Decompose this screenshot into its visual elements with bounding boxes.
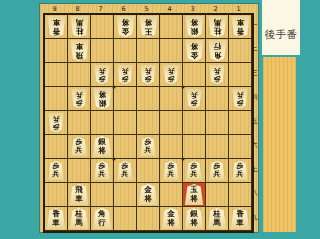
cell-5g[interactable] [137,159,160,183]
cell-1i[interactable]: 香車 [229,207,252,231]
cell-8g[interactable] [68,159,91,183]
piece-kanji: 歩兵 [237,91,244,106]
piece-kanji: 金将 [167,210,175,227]
cell-3e[interactable] [183,111,206,135]
cell-6b[interactable] [114,39,137,63]
piece-kanji: 香車 [52,18,60,35]
piece-sente-silver[interactable]: 銀将 [185,208,204,229]
cell-1f[interactable] [229,135,252,159]
cell-4h[interactable] [160,183,183,207]
cell-2g[interactable]: 歩兵 [206,159,229,183]
cell-3a[interactable]: 銀将 [183,15,206,39]
file-label-3: 3 [181,5,204,13]
piece-kanji: 角行 [213,42,221,59]
piece-sente-pawn[interactable]: 歩兵 [117,161,133,180]
piece-stand [263,57,296,232]
cell-1c[interactable] [229,63,252,87]
shogi-board: 987654321 一二三四五六七八九 香車桂馬金将王将銀将桂馬香車飛車金将角行… [40,4,258,232]
piece-gote-pawn[interactable]: 歩兵 [232,89,248,108]
piece-gote-gold[interactable]: 金将 [116,16,135,37]
cell-8f[interactable]: 歩兵 [68,135,91,159]
file-label-6: 6 [112,5,135,13]
piece-gote-gold[interactable]: 金将 [185,40,204,61]
piece-kanji: 角行 [98,210,106,227]
cell-8a[interactable]: 桂馬 [68,15,91,39]
cell-8h[interactable]: 飛車 [68,183,91,207]
piece-sente-bishop[interactable]: 角行 [93,208,112,229]
piece-gote-pawn[interactable]: 歩兵 [186,89,202,108]
piece-gote-knight[interactable]: 桂馬 [208,16,227,37]
cell-7b[interactable] [91,39,114,63]
piece-sente-gold[interactable]: 金将 [139,184,158,205]
piece-gote-pawn[interactable]: 歩兵 [140,65,156,84]
cell-4i[interactable]: 金将 [160,207,183,231]
cell-8c[interactable] [68,63,91,87]
cell-6e[interactable] [114,111,137,135]
file-label-5: 5 [135,5,158,13]
piece-kanji: 歩兵 [76,139,83,154]
cell-6c[interactable]: 歩兵 [114,63,137,87]
piece-gote-pawn[interactable]: 歩兵 [48,113,64,132]
cell-3i[interactable]: 銀将 [183,207,206,231]
cell-7h[interactable] [91,183,114,207]
piece-gote-knight[interactable]: 桂馬 [70,16,89,37]
cell-8e[interactable] [68,111,91,135]
piece-kanji: 銀将 [190,18,198,35]
piece-sente-silver[interactable]: 銀将 [93,136,112,157]
cell-3c[interactable] [183,63,206,87]
piece-kanji: 王将 [144,18,152,35]
cell-5c[interactable]: 歩兵 [137,63,160,87]
piece-sente-pawn[interactable]: 歩兵 [186,161,202,180]
piece-gote-silver[interactable]: 銀将 [185,16,204,37]
piece-kanji: 香車 [236,210,244,227]
piece-kanji: 歩兵 [122,163,129,178]
piece-sente-pawn[interactable]: 歩兵 [48,161,64,180]
piece-kanji: 歩兵 [191,91,198,106]
cell-2a[interactable]: 桂馬 [206,15,229,39]
cell-3g[interactable]: 歩兵 [183,159,206,183]
piece-kanji: 歩兵 [122,67,129,82]
cell-4a[interactable] [160,15,183,39]
piece-kanji: 金将 [121,18,129,35]
piece-kanji: 歩兵 [191,163,198,178]
cell-9c[interactable] [45,63,68,87]
cell-9a[interactable]: 香車 [45,15,68,39]
cell-2c[interactable]: 歩兵 [206,63,229,87]
cell-4b[interactable] [160,39,183,63]
piece-kanji: 歩兵 [214,163,221,178]
piece-kanji: 飛車 [75,42,83,59]
cell-7e[interactable] [91,111,114,135]
cell-3h[interactable]: 玉将 [183,183,206,207]
cell-7i[interactable]: 角行 [91,207,114,231]
piece-kanji: 飛車 [75,186,83,203]
file-label-7: 7 [89,5,112,13]
piece-kanji: 金将 [190,42,198,59]
turn-indicator-panel: 後手番 [262,0,300,55]
piece-sente-lance[interactable]: 香車 [47,208,66,229]
piece-kanji: 歩兵 [76,91,83,106]
piece-kanji: 香車 [236,18,244,35]
cell-9i[interactable]: 香車 [45,207,68,231]
piece-kanji: 歩兵 [99,67,106,82]
piece-sente-knight[interactable]: 桂馬 [70,208,89,229]
cell-9g[interactable]: 歩兵 [45,159,68,183]
cell-6g[interactable]: 歩兵 [114,159,137,183]
cell-5b[interactable] [137,39,160,63]
piece-kanji: 歩兵 [145,67,152,82]
cell-9d[interactable] [45,87,68,111]
cell-3d[interactable]: 歩兵 [183,87,206,111]
cell-1g[interactable]: 歩兵 [229,159,252,183]
piece-sente-lance[interactable]: 香車 [231,208,250,229]
piece-gote-silver[interactable]: 銀将 [93,88,112,109]
cell-3b[interactable]: 金将 [183,39,206,63]
cell-5i[interactable] [137,207,160,231]
cell-5f[interactable]: 歩兵 [137,135,160,159]
piece-kanji: 桂馬 [75,18,83,35]
piece-gote-pawn[interactable]: 歩兵 [94,65,110,84]
cell-8d[interactable]: 歩兵 [68,87,91,111]
piece-sente-knight[interactable]: 桂馬 [208,208,227,229]
piece-kanji: 金将 [144,186,152,203]
cell-8b[interactable]: 飛車 [68,39,91,63]
file-labels: 987654321 [43,5,250,13]
cell-6h[interactable] [114,183,137,207]
cell-9e[interactable]: 歩兵 [45,111,68,135]
piece-kanji: 銀将 [190,210,198,227]
piece-sente-pawn[interactable]: 歩兵 [140,137,156,156]
piece-sente-pawn[interactable]: 歩兵 [71,137,87,156]
piece-kanji: 歩兵 [53,115,60,130]
piece-gote-pawn[interactable]: 歩兵 [209,65,225,84]
cell-9b[interactable] [45,39,68,63]
cell-4d[interactable] [160,87,183,111]
piece-gote-bishop[interactable]: 角行 [208,40,227,61]
cell-7g[interactable]: 歩兵 [91,159,114,183]
board-grid: 香車桂馬金将王将銀将桂馬香車飛車金将角行歩兵歩兵歩兵歩兵歩兵歩兵銀将歩兵歩兵歩兵… [43,13,254,233]
piece-gote-pawn[interactable]: 歩兵 [71,89,87,108]
cell-1a[interactable]: 香車 [229,15,252,39]
piece-kanji: 歩兵 [168,67,175,82]
piece-kanji: 歩兵 [99,163,106,178]
file-label-2: 2 [204,5,227,13]
cell-2f[interactable] [206,135,229,159]
cell-1e[interactable] [229,111,252,135]
turn-indicator-label: 後手番 [265,28,298,42]
piece-kanji: 桂馬 [213,18,221,35]
piece-sente-rook[interactable]: 飛車 [70,184,89,205]
piece-sente-pawn[interactable]: 歩兵 [163,161,179,180]
piece-gote-lance[interactable]: 香車 [47,16,66,37]
piece-gote-pawn[interactable]: 歩兵 [117,65,133,84]
cell-2h[interactable] [206,183,229,207]
cell-4e[interactable] [160,111,183,135]
cell-7a[interactable] [91,15,114,39]
file-label-4: 4 [158,5,181,13]
piece-gote-rook[interactable]: 飛車 [70,40,89,61]
file-label-9: 9 [43,5,66,13]
file-label-8: 8 [66,5,89,13]
cell-4g[interactable]: 歩兵 [160,159,183,183]
cell-4f[interactable] [160,135,183,159]
cell-1h[interactable] [229,183,252,207]
cell-9h[interactable] [45,183,68,207]
piece-sente-pawn[interactable]: 歩兵 [94,161,110,180]
piece-sente-king[interactable]: 玉将 [185,184,204,205]
cell-5a[interactable]: 王将 [137,15,160,39]
piece-kanji: 歩兵 [53,163,60,178]
cell-6a[interactable]: 金将 [114,15,137,39]
cell-7f[interactable]: 銀将 [91,135,114,159]
piece-kanji: 歩兵 [145,139,152,154]
piece-kanji: 銀将 [98,90,106,107]
piece-kanji: 桂馬 [213,210,221,227]
cell-9f[interactable] [45,135,68,159]
cell-7c[interactable]: 歩兵 [91,63,114,87]
piece-gote-pawn[interactable]: 歩兵 [163,65,179,84]
piece-kanji: 歩兵 [237,163,244,178]
piece-kanji: 歩兵 [168,163,175,178]
cell-6i[interactable] [114,207,137,231]
cell-4c[interactable]: 歩兵 [160,63,183,87]
piece-kanji: 玉将 [190,186,198,203]
cell-8i[interactable]: 桂馬 [68,207,91,231]
piece-gote-lance[interactable]: 香車 [231,16,250,37]
cell-5h[interactable]: 金将 [137,183,160,207]
piece-sente-pawn[interactable]: 歩兵 [209,161,225,180]
cell-5e[interactable] [137,111,160,135]
cell-2i[interactable]: 桂馬 [206,207,229,231]
piece-kanji: 桂馬 [75,210,83,227]
cell-6d[interactable] [114,87,137,111]
cell-2d[interactable] [206,87,229,111]
cell-1b[interactable] [229,39,252,63]
cell-1d[interactable]: 歩兵 [229,87,252,111]
cell-6f[interactable] [114,135,137,159]
cell-5d[interactable] [137,87,160,111]
piece-sente-gold[interactable]: 金将 [162,208,181,229]
cell-3f[interactable] [183,135,206,159]
piece-kanji: 歩兵 [214,67,221,82]
cell-2b[interactable]: 角行 [206,39,229,63]
piece-kanji: 香車 [52,210,60,227]
piece-kanji: 銀将 [98,138,106,155]
file-label-1: 1 [227,5,250,13]
cell-7d[interactable]: 銀将 [91,87,114,111]
piece-gote-king[interactable]: 王将 [139,16,158,37]
cell-2e[interactable] [206,111,229,135]
piece-sente-pawn[interactable]: 歩兵 [232,161,248,180]
